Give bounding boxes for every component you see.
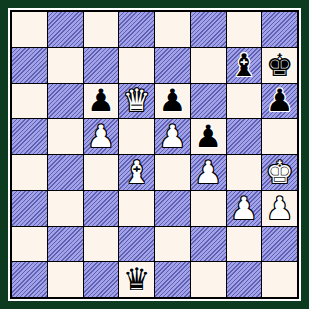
square-g1[interactable] (227, 262, 262, 297)
board-mat: ♝♚♟♛♟♟♟♟♟♝♟♚♟♟♛ (8, 8, 301, 301)
square-a7[interactable] (12, 48, 47, 83)
square-f5[interactable]: ♟ (191, 119, 226, 154)
square-h3[interactable]: ♟ (262, 191, 297, 226)
square-a2[interactable] (12, 227, 47, 262)
square-e7[interactable] (155, 48, 190, 83)
square-f4[interactable]: ♟ (191, 155, 226, 190)
square-d2[interactable] (119, 227, 154, 262)
square-c5[interactable]: ♟ (84, 119, 119, 154)
square-h1[interactable] (262, 262, 297, 297)
square-c8[interactable] (84, 12, 119, 47)
square-e8[interactable] (155, 12, 190, 47)
square-b2[interactable] (48, 227, 83, 262)
square-h7[interactable]: ♚ (262, 48, 297, 83)
square-f6[interactable] (191, 84, 226, 119)
square-a5[interactable] (12, 119, 47, 154)
square-a1[interactable] (12, 262, 47, 297)
square-g3[interactable]: ♟ (227, 191, 262, 226)
square-g6[interactable] (227, 84, 262, 119)
square-e2[interactable] (155, 227, 190, 262)
square-d6[interactable]: ♛ (119, 84, 154, 119)
white-queen[interactable]: ♛ (123, 85, 151, 116)
square-a6[interactable] (12, 84, 47, 119)
square-g7[interactable]: ♝ (227, 48, 262, 83)
square-d4[interactable]: ♝ (119, 155, 154, 190)
black-pawn[interactable]: ♟ (158, 85, 186, 116)
square-d7[interactable] (119, 48, 154, 83)
black-bishop[interactable]: ♝ (230, 50, 258, 81)
square-f2[interactable] (191, 227, 226, 262)
square-h8[interactable] (262, 12, 297, 47)
square-g2[interactable] (227, 227, 262, 262)
square-f1[interactable] (191, 262, 226, 297)
chess-board[interactable]: ♝♚♟♛♟♟♟♟♟♝♟♚♟♟♛ (10, 10, 299, 299)
black-king[interactable]: ♚ (266, 50, 294, 81)
square-f7[interactable] (191, 48, 226, 83)
square-d1[interactable]: ♛ (119, 262, 154, 297)
square-c2[interactable] (84, 227, 119, 262)
square-g5[interactable] (227, 119, 262, 154)
square-c4[interactable] (84, 155, 119, 190)
square-b7[interactable] (48, 48, 83, 83)
black-queen[interactable]: ♛ (123, 264, 151, 295)
white-pawn[interactable]: ♟ (230, 193, 258, 224)
square-d3[interactable] (119, 191, 154, 226)
square-b4[interactable] (48, 155, 83, 190)
square-f3[interactable] (191, 191, 226, 226)
square-c7[interactable] (84, 48, 119, 83)
board-outer-frame: ♝♚♟♛♟♟♟♟♟♝♟♚♟♟♛ (0, 0, 309, 309)
square-h2[interactable] (262, 227, 297, 262)
square-a8[interactable] (12, 12, 47, 47)
square-c6[interactable]: ♟ (84, 84, 119, 119)
square-d8[interactable] (119, 12, 154, 47)
square-c3[interactable] (84, 191, 119, 226)
square-h6[interactable]: ♟ (262, 84, 297, 119)
white-pawn[interactable]: ♟ (194, 157, 222, 188)
square-h5[interactable] (262, 119, 297, 154)
white-bishop[interactable]: ♝ (123, 157, 151, 188)
square-a3[interactable] (12, 191, 47, 226)
square-e5[interactable]: ♟ (155, 119, 190, 154)
white-pawn[interactable]: ♟ (266, 193, 294, 224)
square-b8[interactable] (48, 12, 83, 47)
square-b6[interactable] (48, 84, 83, 119)
black-pawn[interactable]: ♟ (266, 85, 294, 116)
white-pawn[interactable]: ♟ (87, 121, 115, 152)
black-pawn[interactable]: ♟ (87, 85, 115, 116)
square-b1[interactable] (48, 262, 83, 297)
white-pawn[interactable]: ♟ (158, 121, 186, 152)
square-g4[interactable] (227, 155, 262, 190)
square-e4[interactable] (155, 155, 190, 190)
square-b3[interactable] (48, 191, 83, 226)
square-e6[interactable]: ♟ (155, 84, 190, 119)
square-a4[interactable] (12, 155, 47, 190)
square-h4[interactable]: ♚ (262, 155, 297, 190)
black-pawn[interactable]: ♟ (194, 121, 222, 152)
square-e1[interactable] (155, 262, 190, 297)
white-king[interactable]: ♚ (266, 157, 294, 188)
square-d5[interactable] (119, 119, 154, 154)
square-f8[interactable] (191, 12, 226, 47)
square-b5[interactable] (48, 119, 83, 154)
square-e3[interactable] (155, 191, 190, 226)
square-g8[interactable] (227, 12, 262, 47)
square-c1[interactable] (84, 262, 119, 297)
